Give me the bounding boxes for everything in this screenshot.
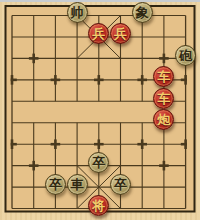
black-chariot[interactable]: 車 xyxy=(67,174,88,195)
red-general[interactable]: 将 xyxy=(88,195,109,216)
black-soldier-1-glyph: 卒 xyxy=(92,156,105,169)
black-soldier-3[interactable]: 卒 xyxy=(110,174,131,195)
black-chariot-glyph: 車 xyxy=(71,177,84,190)
red-chariot-1[interactable]: 车 xyxy=(153,66,174,87)
xiangqi-board-screenshot: 帅象兵兵砲车车炮卒卒車卒将 xyxy=(0,0,200,220)
black-cannon-glyph: 砲 xyxy=(179,48,192,61)
red-chariot-2-glyph: 车 xyxy=(157,91,170,104)
black-soldier-3-glyph: 卒 xyxy=(114,177,127,190)
red-chariot-1-glyph: 车 xyxy=(157,70,170,83)
red-general-glyph: 将 xyxy=(92,199,105,212)
black-elephant-glyph: 象 xyxy=(136,6,149,19)
black-soldier-2[interactable]: 卒 xyxy=(45,174,66,195)
red-soldier-1-glyph: 兵 xyxy=(92,27,105,40)
red-soldier-2-glyph: 兵 xyxy=(114,27,127,40)
window-edge-strip xyxy=(0,0,200,2)
red-cannon[interactable]: 炮 xyxy=(153,109,174,130)
black-general-glyph: 帅 xyxy=(71,6,84,19)
piece-layer[interactable]: 帅象兵兵砲车车炮卒卒車卒将 xyxy=(0,0,200,220)
black-elephant[interactable]: 象 xyxy=(132,2,153,23)
red-soldier-2[interactable]: 兵 xyxy=(110,23,131,44)
black-cannon[interactable]: 砲 xyxy=(175,45,196,66)
red-soldier-1[interactable]: 兵 xyxy=(88,23,109,44)
black-soldier-2-glyph: 卒 xyxy=(49,177,62,190)
black-soldier-1[interactable]: 卒 xyxy=(88,152,109,173)
red-cannon-glyph: 炮 xyxy=(157,113,170,126)
red-chariot-2[interactable]: 车 xyxy=(153,88,174,109)
black-general[interactable]: 帅 xyxy=(67,2,88,23)
